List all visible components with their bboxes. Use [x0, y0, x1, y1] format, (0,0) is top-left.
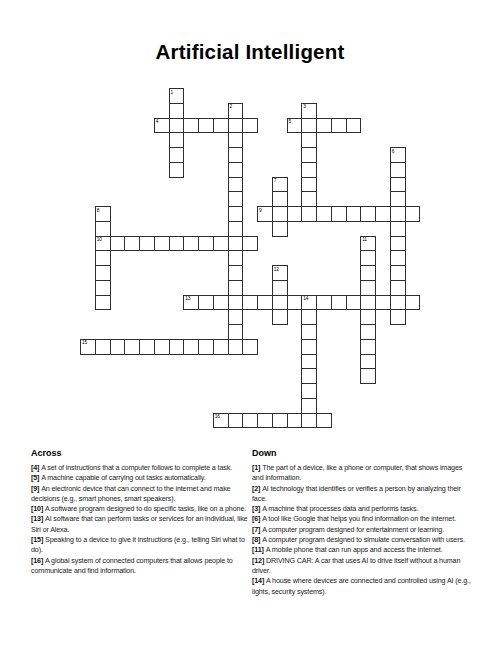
clue-text: A machine capable of carrying out tasks …	[41, 473, 205, 482]
cell-r8-c21[interactable]	[390, 206, 406, 222]
cell-r9-c21[interactable]	[390, 221, 406, 237]
cell-r6-c10[interactable]	[228, 177, 244, 193]
cell-r17-c11[interactable]	[242, 339, 258, 355]
cell-r9-c1[interactable]	[95, 221, 111, 237]
clue-text: A computer program designed to simulate …	[262, 535, 465, 544]
cell-r14-c11[interactable]	[242, 295, 258, 311]
clue-number: [1]	[252, 463, 262, 472]
cell-r10-c11[interactable]	[242, 236, 258, 252]
cell-r14-c15[interactable]: 14	[301, 295, 317, 311]
cell-number-5: 5	[289, 119, 291, 124]
cell-r10-c9[interactable]	[213, 236, 229, 252]
clue-14-down: [14] A house where devices are connected…	[252, 576, 473, 597]
cell-r2-c5[interactable]: 4	[154, 118, 170, 134]
across-header: Across	[31, 448, 252, 459]
cell-r2-c18[interactable]	[346, 118, 362, 134]
clue-text: A mobile phone that can run apps and acc…	[266, 545, 443, 554]
cell-r14-c9[interactable]	[213, 295, 229, 311]
cell-r17-c10[interactable]	[228, 339, 244, 355]
clue-number: [8]	[252, 535, 262, 544]
cell-r10-c2[interactable]	[110, 236, 126, 252]
cell-number-16: 16	[215, 414, 220, 419]
cell-r19-c15[interactable]	[301, 368, 317, 384]
cell-r2-c6[interactable]	[169, 118, 185, 134]
cell-r22-c11[interactable]	[242, 413, 258, 429]
cell-number-15: 15	[82, 340, 87, 345]
cell-r2-c17[interactable]	[331, 118, 347, 134]
cell-r14-c21[interactable]	[390, 295, 406, 311]
cell-r12-c10[interactable]	[228, 265, 244, 281]
cell-r8-c16[interactable]	[316, 206, 332, 222]
cell-r9-c10[interactable]	[228, 221, 244, 237]
clue-6-down: [6] A tool like Google that helps you fi…	[252, 514, 473, 524]
cell-r7-c13[interactable]	[272, 191, 288, 207]
cell-r10-c4[interactable]	[139, 236, 155, 252]
cell-r6-c15[interactable]	[301, 177, 317, 193]
cell-r4-c15[interactable]	[301, 147, 317, 163]
cell-r22-c13[interactable]	[272, 413, 288, 429]
cell-r16-c15[interactable]	[301, 324, 317, 340]
cell-r2-c11[interactable]	[242, 118, 258, 134]
clue-number: [14]	[252, 576, 266, 585]
clue-number: [16]	[31, 556, 45, 565]
cell-r17-c5[interactable]	[154, 339, 170, 355]
clue-number: [4]	[31, 463, 41, 472]
cell-r14-c13[interactable]	[272, 295, 288, 311]
clue-10-across: [10] A software program designed to do s…	[31, 504, 252, 514]
cell-r2-c10[interactable]	[228, 118, 244, 134]
clue-text: DRIVING CAR: A car that uses AI to drive…	[252, 556, 460, 575]
cell-r2-c15[interactable]	[301, 118, 317, 134]
cell-r22-c15[interactable]	[301, 413, 317, 429]
cell-number-10: 10	[97, 237, 102, 242]
cell-number-8: 8	[97, 208, 99, 213]
clue-text: A global system of connected computers t…	[31, 556, 233, 575]
clue-text: A computer program designed for entertai…	[262, 525, 444, 534]
cell-r14-c14[interactable]	[287, 295, 303, 311]
cell-number-4: 4	[156, 119, 158, 124]
clue-number: [12]	[252, 556, 266, 565]
cell-r3-c6[interactable]	[169, 132, 185, 148]
cell-r7-c10[interactable]	[228, 191, 244, 207]
cell-r21-c15[interactable]	[301, 398, 317, 414]
cell-r17-c4[interactable]	[139, 339, 155, 355]
cell-r10-c7[interactable]	[183, 236, 199, 252]
crossword-page: Artificial Intelligent 12345678910111213…	[0, 0, 500, 647]
clue-number: [7]	[252, 525, 262, 534]
cell-r14-c19[interactable]	[360, 295, 376, 311]
cell-r22-c12[interactable]	[257, 413, 273, 429]
cell-r5-c15[interactable]	[301, 162, 317, 178]
cell-number-9: 9	[259, 208, 261, 213]
down-header: Down	[252, 448, 473, 459]
cell-r7-c15[interactable]	[301, 191, 317, 207]
cell-r12-c13[interactable]: 12	[272, 265, 288, 281]
cell-number-14: 14	[303, 296, 308, 301]
cell-r17-c2[interactable]	[110, 339, 126, 355]
clue-4-across: [4] A set of instructions that a compute…	[31, 463, 252, 473]
cell-r15-c15[interactable]	[301, 309, 317, 325]
cell-r12-c1[interactable]	[95, 265, 111, 281]
cell-r18-c15[interactable]	[301, 354, 317, 370]
cell-r8-c14[interactable]	[287, 206, 303, 222]
cell-r22-c9[interactable]: 16	[213, 413, 229, 429]
cell-r8-c12[interactable]: 9	[257, 206, 273, 222]
clue-12-down: [12] DRIVING CAR: A car that uses AI to …	[252, 556, 473, 577]
across-clue-list: [4] A set of instructions that a compute…	[31, 463, 252, 576]
cell-r4-c10[interactable]	[228, 147, 244, 163]
cell-r10-c19[interactable]: 11	[360, 236, 376, 252]
cell-r16-c19[interactable]	[360, 324, 376, 340]
cell-r11-c19[interactable]	[360, 250, 376, 266]
cell-r10-c1[interactable]: 10	[95, 236, 111, 252]
cell-r2-c14[interactable]: 5	[287, 118, 303, 134]
clue-text: A software program designed to do specif…	[45, 504, 246, 513]
clue-7-down: [7] A computer program designed for ente…	[252, 525, 473, 535]
cell-r8-c17[interactable]	[331, 206, 347, 222]
cell-r8-c22[interactable]	[405, 206, 421, 222]
cell-r6-c21[interactable]	[390, 177, 406, 193]
cell-r14-c18[interactable]	[346, 295, 362, 311]
cell-r22-c10[interactable]	[228, 413, 244, 429]
cell-r5-c10[interactable]	[228, 162, 244, 178]
cell-r0-c6[interactable]: 1	[169, 88, 185, 104]
cell-r14-c10[interactable]	[228, 295, 244, 311]
clue-number: [3]	[252, 504, 262, 513]
cell-r8-c18[interactable]	[346, 206, 362, 222]
cell-number-7: 7	[274, 178, 276, 183]
cell-r13-c21[interactable]	[390, 280, 406, 296]
cell-r14-c1[interactable]	[95, 295, 111, 311]
cell-r7-c21[interactable]	[390, 191, 406, 207]
cell-r15-c13[interactable]	[272, 309, 288, 325]
cell-r14-c8[interactable]	[198, 295, 214, 311]
cell-r22-c16[interactable]	[316, 413, 332, 429]
cell-r14-c7[interactable]: 13	[183, 295, 199, 311]
cell-r17-c3[interactable]	[124, 339, 140, 355]
clue-text: A tool like Google that helps you find i…	[262, 514, 456, 523]
cell-r2-c16[interactable]	[316, 118, 332, 134]
cell-r6-c13[interactable]: 7	[272, 177, 288, 193]
down-clue-list: [1] The part of a device, like a phone o…	[252, 463, 473, 597]
cell-r11-c1[interactable]	[95, 250, 111, 266]
clue-text: Speaking to a device to give it instruct…	[31, 535, 245, 554]
cell-number-11: 11	[362, 237, 367, 242]
cell-r12-c19[interactable]	[360, 265, 376, 281]
clue-2-down: [2] AI technology that identifies or ver…	[252, 484, 473, 505]
cell-r10-c3[interactable]	[124, 236, 140, 252]
cell-r2-c8[interactable]	[198, 118, 214, 134]
cell-r3-c10[interactable]	[228, 132, 244, 148]
cell-r13-c10[interactable]	[228, 280, 244, 296]
clue-number: [11]	[252, 545, 266, 554]
cell-number-6: 6	[392, 149, 394, 154]
clue-number: [6]	[252, 514, 262, 523]
cell-r10-c8[interactable]	[198, 236, 214, 252]
clue-1-down: [1] The part of a device, like a phone o…	[252, 463, 473, 484]
cell-r8-c20[interactable]	[375, 206, 391, 222]
clue-number: [9]	[31, 484, 41, 493]
clue-8-down: [8] A computer program designed to simul…	[252, 535, 473, 545]
clue-9-across: [9] An electronic device that can connec…	[31, 484, 252, 505]
cell-r4-c6[interactable]	[169, 147, 185, 163]
clue-13-across: [13] AI software that can perform tasks …	[31, 514, 252, 535]
cell-r8-c10[interactable]	[228, 206, 244, 222]
clue-number: [10]	[31, 504, 45, 513]
clue-16-across: [16] A global system of connected comput…	[31, 556, 252, 577]
cell-r5-c21[interactable]	[390, 162, 406, 178]
cell-r17-c19[interactable]	[360, 339, 376, 355]
clue-number: [5]	[31, 473, 41, 482]
cell-r5-c6[interactable]	[169, 162, 185, 178]
cell-r13-c13[interactable]	[272, 280, 288, 296]
cell-r14-c17[interactable]	[331, 295, 347, 311]
cell-r17-c6[interactable]	[169, 339, 185, 355]
clue-15-across: [15] Speaking to a device to give it ins…	[31, 535, 252, 556]
cell-r15-c10[interactable]	[228, 309, 244, 325]
clue-3-down: [3] A machine that processes data and pe…	[252, 504, 473, 514]
cell-r22-c14[interactable]	[287, 413, 303, 429]
crossword-grid: 12345678910111213141516	[80, 88, 422, 430]
cell-r2-c7[interactable]	[183, 118, 199, 134]
cell-r14-c22[interactable]	[405, 295, 421, 311]
cell-r14-c20[interactable]	[375, 295, 391, 311]
cell-r8-c19[interactable]	[360, 206, 376, 222]
cell-r15-c19[interactable]	[360, 309, 376, 325]
cell-r14-c12[interactable]	[257, 295, 273, 311]
cell-r13-c1[interactable]	[95, 280, 111, 296]
cell-r17-c15[interactable]	[301, 339, 317, 355]
cell-r17-c9[interactable]	[213, 339, 229, 355]
clue-text: An electronic device that can connect to…	[31, 484, 230, 503]
puzzle-title: Artificial Intelligent	[0, 40, 500, 64]
down-clues-column: Down [1] The part of a device, like a ph…	[252, 448, 473, 597]
cell-r10-c21[interactable]	[390, 236, 406, 252]
cell-r3-c15[interactable]	[301, 132, 317, 148]
clue-text: A machine that processes data and perfor…	[262, 504, 418, 513]
clue-text: AI technology that identifies or verifie…	[252, 484, 461, 503]
clue-number: [15]	[31, 535, 45, 544]
cell-r11-c21[interactable]	[390, 250, 406, 266]
clue-number: [13]	[31, 514, 45, 523]
clue-11-down: [11] A mobile phone that can run apps an…	[252, 545, 473, 555]
cell-r1-c6[interactable]	[169, 103, 185, 119]
cell-r11-c10[interactable]	[228, 250, 244, 266]
clue-text: AI software that can perform tasks or se…	[31, 514, 247, 533]
cell-r13-c19[interactable]	[360, 280, 376, 296]
cell-number-1: 1	[171, 90, 173, 95]
cell-r19-c19[interactable]	[360, 368, 376, 384]
cell-r10-c6[interactable]	[169, 236, 185, 252]
cell-r17-c8[interactable]	[198, 339, 214, 355]
cell-r15-c21[interactable]	[390, 309, 406, 325]
cell-r4-c21[interactable]: 6	[390, 147, 406, 163]
cell-r9-c13[interactable]	[272, 221, 288, 237]
cell-r1-c10[interactable]: 2	[228, 103, 244, 119]
cell-r17-c7[interactable]	[183, 339, 199, 355]
cell-r17-c1[interactable]	[95, 339, 111, 355]
clue-number: [2]	[252, 484, 262, 493]
cell-r8-c13[interactable]	[272, 206, 288, 222]
across-clues-column: Across [4] A set of instructions that a …	[31, 448, 252, 576]
clue-text: A set of instructions that a computer fo…	[41, 463, 232, 472]
cell-r8-c15[interactable]	[301, 206, 317, 222]
cell-number-12: 12	[274, 267, 279, 272]
clue-text: A house where devices are connected and …	[252, 576, 471, 595]
cell-r2-c9[interactable]	[213, 118, 229, 134]
cell-number-3: 3	[303, 104, 305, 109]
cell-r8-c1[interactable]: 8	[95, 206, 111, 222]
cell-r18-c19[interactable]	[360, 354, 376, 370]
clue-5-across: [5] A machine capable of carrying out ta…	[31, 473, 252, 483]
cell-r1-c15[interactable]: 3	[301, 103, 317, 119]
cell-number-13: 13	[185, 296, 190, 301]
cell-r10-c5[interactable]	[154, 236, 170, 252]
cell-r20-c15[interactable]	[301, 383, 317, 399]
cell-r12-c21[interactable]	[390, 265, 406, 281]
cell-r17-c0[interactable]: 15	[80, 339, 96, 355]
cell-r14-c16[interactable]	[316, 295, 332, 311]
cell-number-2: 2	[230, 104, 232, 109]
cell-r10-c10[interactable]	[228, 236, 244, 252]
cell-r16-c10[interactable]	[228, 324, 244, 340]
clue-text: The part of a device, like a phone or co…	[252, 463, 462, 482]
